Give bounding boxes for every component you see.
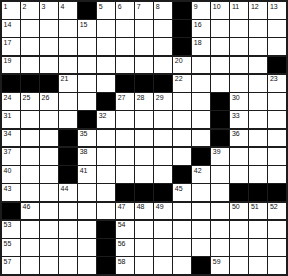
cell-r5c12[interactable] bbox=[211, 75, 229, 92]
clue-number: 19 bbox=[4, 57, 12, 64]
cell-r4c12[interactable] bbox=[211, 57, 229, 74]
cell-r11c10[interactable]: 45 bbox=[173, 184, 191, 201]
cell-r7c13[interactable]: 33 bbox=[230, 111, 248, 128]
cell-r4c11[interactable] bbox=[192, 57, 210, 74]
cell-r12c2[interactable]: 46 bbox=[21, 203, 39, 220]
cell-r13c12[interactable] bbox=[211, 221, 229, 238]
cell-r9c3[interactable] bbox=[40, 148, 58, 165]
cell-r13c1[interactable]: 53 bbox=[2, 221, 20, 238]
black-cell-r13c6 bbox=[97, 221, 115, 238]
cell-r4c14[interactable] bbox=[249, 57, 267, 74]
cell-r1c6[interactable]: 5 bbox=[97, 2, 115, 19]
cell-r9c13[interactable] bbox=[230, 148, 248, 165]
cell-r3c4[interactable] bbox=[59, 38, 77, 55]
cell-r4c3[interactable] bbox=[40, 57, 58, 74]
cell-r1c9[interactable]: 8 bbox=[154, 2, 172, 19]
cell-r12c12[interactable] bbox=[211, 203, 229, 220]
clue-number: 50 bbox=[232, 203, 240, 210]
cell-r10c11[interactable]: 42 bbox=[192, 166, 210, 183]
clue-number: 58 bbox=[118, 258, 126, 265]
cell-r4c9[interactable] bbox=[154, 57, 172, 74]
black-cell-r8c4 bbox=[59, 130, 77, 147]
cell-r9c14[interactable] bbox=[249, 148, 267, 165]
clue-number: 6 bbox=[118, 3, 122, 10]
clue-number: 30 bbox=[232, 94, 240, 101]
black-cell-r5c3 bbox=[40, 75, 58, 92]
cell-r14c13[interactable] bbox=[230, 239, 248, 256]
cell-r13c2[interactable] bbox=[21, 221, 39, 238]
cell-r12c9[interactable]: 49 bbox=[154, 203, 172, 220]
cell-r8c5[interactable]: 35 bbox=[78, 130, 96, 147]
black-cell-r11c9 bbox=[154, 184, 172, 201]
cell-r2c8[interactable] bbox=[135, 20, 153, 37]
cell-r14c2[interactable] bbox=[21, 239, 39, 256]
cell-r3c2[interactable] bbox=[21, 38, 39, 55]
cell-r8c10[interactable] bbox=[173, 130, 191, 147]
cell-r15c14[interactable] bbox=[249, 257, 267, 274]
clue-number: 51 bbox=[251, 203, 259, 210]
cell-r3c5[interactable] bbox=[78, 38, 96, 55]
cell-r3c1[interactable]: 17 bbox=[2, 38, 20, 55]
cell-r11c11[interactable] bbox=[192, 184, 210, 201]
cell-r14c8[interactable] bbox=[135, 239, 153, 256]
clue-number: 23 bbox=[270, 75, 278, 82]
clue-number: 48 bbox=[137, 203, 145, 210]
cell-r4c8[interactable] bbox=[135, 57, 153, 74]
cell-r12c6[interactable] bbox=[97, 203, 115, 220]
cell-r4c2[interactable] bbox=[21, 57, 39, 74]
cell-r14c11[interactable] bbox=[192, 239, 210, 256]
cell-r11c3[interactable] bbox=[40, 184, 58, 201]
clue-number: 55 bbox=[4, 240, 12, 247]
cell-r8c3[interactable] bbox=[40, 130, 58, 147]
black-cell-r11c8 bbox=[135, 184, 153, 201]
cell-r15c3[interactable] bbox=[40, 257, 58, 274]
cell-r10c2[interactable] bbox=[21, 166, 39, 183]
cell-r3c14[interactable] bbox=[249, 38, 267, 55]
cell-r6c15[interactable] bbox=[268, 93, 286, 110]
cell-r13c9[interactable] bbox=[154, 221, 172, 238]
clue-number: 44 bbox=[61, 185, 69, 192]
cell-r15c5[interactable] bbox=[78, 257, 96, 274]
clue-number: 42 bbox=[194, 167, 202, 174]
cell-r6c4[interactable] bbox=[59, 93, 77, 110]
cell-r2c11[interactable]: 16 bbox=[192, 20, 210, 37]
cell-r14c5[interactable] bbox=[78, 239, 96, 256]
black-cell-r9c4 bbox=[59, 148, 77, 165]
black-cell-r6c12 bbox=[211, 93, 229, 110]
black-cell-r15c6 bbox=[97, 257, 115, 274]
black-cell-r4c15 bbox=[268, 57, 286, 74]
cell-r10c3[interactable] bbox=[40, 166, 58, 183]
cell-r6c10[interactable] bbox=[173, 93, 191, 110]
cell-r4c5[interactable] bbox=[78, 57, 96, 74]
cell-r5c14[interactable] bbox=[249, 75, 267, 92]
clue-number: 2 bbox=[23, 3, 27, 10]
clue-number: 20 bbox=[175, 57, 183, 64]
cell-r10c5[interactable]: 41 bbox=[78, 166, 96, 183]
cell-r2c9[interactable] bbox=[154, 20, 172, 37]
clue-number: 4 bbox=[61, 3, 65, 10]
cell-r8c1[interactable]: 34 bbox=[2, 130, 20, 147]
clue-number: 8 bbox=[156, 3, 160, 10]
cell-r6c5[interactable] bbox=[78, 93, 96, 110]
cell-r10c12[interactable] bbox=[211, 166, 229, 183]
cell-r3c6[interactable] bbox=[97, 38, 115, 55]
cell-r4c4[interactable] bbox=[59, 57, 77, 74]
clue-number: 52 bbox=[270, 203, 278, 210]
cell-r2c1[interactable]: 14 bbox=[2, 20, 20, 37]
clue-number: 47 bbox=[118, 203, 126, 210]
clue-number: 22 bbox=[175, 75, 183, 82]
clue-number: 9 bbox=[194, 3, 198, 10]
cell-r6c7[interactable]: 27 bbox=[116, 93, 134, 110]
cell-r7c6[interactable]: 32 bbox=[97, 111, 115, 128]
cell-r2c2[interactable] bbox=[21, 20, 39, 37]
clue-number: 25 bbox=[23, 94, 31, 101]
cell-r1c1[interactable]: 1 bbox=[2, 2, 20, 19]
clue-number: 53 bbox=[4, 221, 12, 228]
clue-number: 27 bbox=[118, 94, 126, 101]
cell-r9c5[interactable]: 38 bbox=[78, 148, 96, 165]
clue-number: 32 bbox=[99, 112, 107, 119]
cell-r2c6[interactable] bbox=[97, 20, 115, 37]
cell-r1c3[interactable]: 3 bbox=[40, 2, 58, 19]
black-cell-r5c8 bbox=[135, 75, 153, 92]
cell-r10c7[interactable] bbox=[116, 166, 134, 183]
cell-r12c3[interactable] bbox=[40, 203, 58, 220]
black-cell-r11c13 bbox=[230, 184, 248, 201]
cell-r9c7[interactable] bbox=[116, 148, 134, 165]
cell-r11c1[interactable]: 43 bbox=[2, 184, 20, 201]
cell-r5c10[interactable]: 22 bbox=[173, 75, 191, 92]
cell-r3c15[interactable] bbox=[268, 38, 286, 55]
cell-r15c10[interactable] bbox=[173, 257, 191, 274]
clue-number: 49 bbox=[156, 203, 164, 210]
black-cell-r12c1 bbox=[2, 203, 20, 220]
cell-r10c14[interactable] bbox=[249, 166, 267, 183]
cell-r13c15[interactable] bbox=[268, 221, 286, 238]
black-cell-r5c7 bbox=[116, 75, 134, 92]
black-cell-r1c10 bbox=[173, 2, 191, 19]
cell-r10c15[interactable] bbox=[268, 166, 286, 183]
cell-r8c2[interactable] bbox=[21, 130, 39, 147]
cell-r8c6[interactable] bbox=[97, 130, 115, 147]
cell-r13c5[interactable] bbox=[78, 221, 96, 238]
cell-r14c4[interactable] bbox=[59, 239, 77, 256]
black-cell-r2c10 bbox=[173, 20, 191, 37]
black-cell-r9c11 bbox=[192, 148, 210, 165]
cell-r10c8[interactable] bbox=[135, 166, 153, 183]
cell-r5c5[interactable] bbox=[78, 75, 96, 92]
cell-r1c11[interactable]: 9 bbox=[192, 2, 210, 19]
clue-number: 40 bbox=[4, 167, 12, 174]
clue-number: 17 bbox=[4, 39, 12, 46]
cell-r3c3[interactable] bbox=[40, 38, 58, 55]
cell-r1c8[interactable]: 7 bbox=[135, 2, 153, 19]
clue-number: 46 bbox=[23, 203, 31, 210]
clue-number: 15 bbox=[80, 21, 88, 28]
cell-r15c8[interactable] bbox=[135, 257, 153, 274]
cell-r8c13[interactable]: 36 bbox=[230, 130, 248, 147]
cell-r9c15[interactable] bbox=[268, 148, 286, 165]
cell-r3c11[interactable]: 18 bbox=[192, 38, 210, 55]
cell-r8c8[interactable] bbox=[135, 130, 153, 147]
cell-r14c15[interactable] bbox=[268, 239, 286, 256]
black-cell-r6c6 bbox=[97, 93, 115, 110]
cell-r9c12[interactable]: 39 bbox=[211, 148, 229, 165]
clue-number: 10 bbox=[213, 3, 221, 10]
cell-r9c2[interactable] bbox=[21, 148, 39, 165]
cell-r6c9[interactable]: 29 bbox=[154, 93, 172, 110]
cell-r11c4[interactable]: 44 bbox=[59, 184, 77, 201]
cell-r3c7[interactable] bbox=[116, 38, 134, 55]
cell-r5c11[interactable] bbox=[192, 75, 210, 92]
cell-r4c1[interactable]: 19 bbox=[2, 57, 20, 74]
cell-r9c1[interactable]: 37 bbox=[2, 148, 20, 165]
cell-r1c4[interactable]: 4 bbox=[59, 2, 77, 19]
clue-number: 33 bbox=[232, 112, 240, 119]
clue-number: 36 bbox=[232, 130, 240, 137]
cell-r10c9[interactable] bbox=[154, 166, 172, 183]
cell-r2c15[interactable] bbox=[268, 20, 286, 37]
cell-r7c15[interactable] bbox=[268, 111, 286, 128]
cell-r11c5[interactable] bbox=[78, 184, 96, 201]
black-cell-r10c10 bbox=[173, 166, 191, 183]
cell-r11c12[interactable] bbox=[211, 184, 229, 201]
cell-r6c3[interactable]: 26 bbox=[40, 93, 58, 110]
cell-r2c5[interactable]: 15 bbox=[78, 20, 96, 37]
cell-r3c8[interactable] bbox=[135, 38, 153, 55]
cell-r15c4[interactable] bbox=[59, 257, 77, 274]
cell-r6c2[interactable]: 25 bbox=[21, 93, 39, 110]
cell-r12c14[interactable]: 51 bbox=[249, 203, 267, 220]
cell-r12c13[interactable]: 50 bbox=[230, 203, 248, 220]
cell-r13c14[interactable] bbox=[249, 221, 267, 238]
cell-r11c6[interactable] bbox=[97, 184, 115, 201]
cell-r15c12[interactable]: 59 bbox=[211, 257, 229, 274]
cell-r13c3[interactable] bbox=[40, 221, 58, 238]
cell-r7c2[interactable] bbox=[21, 111, 39, 128]
cell-r12c10[interactable] bbox=[173, 203, 191, 220]
cell-r6c13[interactable]: 30 bbox=[230, 93, 248, 110]
clue-number: 18 bbox=[194, 39, 202, 46]
cell-r6c14[interactable] bbox=[249, 93, 267, 110]
cell-r2c13[interactable] bbox=[230, 20, 248, 37]
cell-r8c14[interactable] bbox=[249, 130, 267, 147]
black-cell-r5c9 bbox=[154, 75, 172, 92]
clue-number: 41 bbox=[80, 167, 88, 174]
cell-r1c15[interactable]: 13 bbox=[268, 2, 286, 19]
cell-r6c8[interactable]: 28 bbox=[135, 93, 153, 110]
cell-r12c7[interactable]: 47 bbox=[116, 203, 134, 220]
cell-r13c13[interactable] bbox=[230, 221, 248, 238]
clue-number: 43 bbox=[4, 185, 12, 192]
cell-r9c6[interactable] bbox=[97, 148, 115, 165]
cell-r14c7[interactable]: 56 bbox=[116, 239, 134, 256]
cell-r5c13[interactable] bbox=[230, 75, 248, 92]
crossword-grid: 1234567891011121314151617181920212223242… bbox=[0, 0, 288, 276]
black-cell-r10c4 bbox=[59, 166, 77, 183]
clue-number: 24 bbox=[4, 94, 12, 101]
cell-r13c4[interactable] bbox=[59, 221, 77, 238]
clue-number: 56 bbox=[118, 240, 126, 247]
black-cell-r5c1 bbox=[2, 75, 20, 92]
cell-r7c8[interactable] bbox=[135, 111, 153, 128]
cell-r12c5[interactable] bbox=[78, 203, 96, 220]
clue-number: 16 bbox=[194, 21, 202, 28]
cell-r14c1[interactable]: 55 bbox=[2, 239, 20, 256]
clue-number: 1 bbox=[4, 3, 8, 10]
black-cell-r3c10 bbox=[173, 38, 191, 55]
black-cell-r5c2 bbox=[21, 75, 39, 92]
black-cell-r15c11 bbox=[192, 257, 210, 274]
clue-number: 28 bbox=[137, 94, 145, 101]
cell-r8c11[interactable] bbox=[192, 130, 210, 147]
clue-number: 37 bbox=[4, 148, 12, 155]
cell-r4c10[interactable]: 20 bbox=[173, 57, 191, 74]
cell-r9c8[interactable] bbox=[135, 148, 153, 165]
clue-number: 35 bbox=[80, 130, 88, 137]
cell-r7c3[interactable] bbox=[40, 111, 58, 128]
cell-r8c15[interactable] bbox=[268, 130, 286, 147]
cell-r12c15[interactable]: 52 bbox=[268, 203, 286, 220]
cell-r15c9[interactable] bbox=[154, 257, 172, 274]
cell-r13c11[interactable] bbox=[192, 221, 210, 238]
clue-number: 59 bbox=[213, 258, 221, 265]
cell-r15c15[interactable] bbox=[268, 257, 286, 274]
cell-r9c10[interactable] bbox=[173, 148, 191, 165]
cell-r2c7[interactable] bbox=[116, 20, 134, 37]
clue-number: 5 bbox=[99, 3, 103, 10]
cell-r12c4[interactable] bbox=[59, 203, 77, 220]
cell-r2c4[interactable] bbox=[59, 20, 77, 37]
cell-r1c7[interactable]: 6 bbox=[116, 2, 134, 19]
cell-r6c11[interactable] bbox=[192, 93, 210, 110]
cell-r7c11[interactable] bbox=[192, 111, 210, 128]
cell-r1c13[interactable]: 11 bbox=[230, 2, 248, 19]
cell-r8c9[interactable] bbox=[154, 130, 172, 147]
cell-r14c3[interactable] bbox=[40, 239, 58, 256]
black-cell-r14c6 bbox=[97, 239, 115, 256]
clue-number: 38 bbox=[80, 148, 88, 155]
cell-r14c10[interactable] bbox=[173, 239, 191, 256]
cell-r10c13[interactable] bbox=[230, 166, 248, 183]
cell-r13c10[interactable] bbox=[173, 221, 191, 238]
clue-number: 26 bbox=[42, 94, 50, 101]
black-cell-r1c5 bbox=[78, 2, 96, 19]
cell-r14c9[interactable] bbox=[154, 239, 172, 256]
cell-r4c6[interactable] bbox=[97, 57, 115, 74]
black-cell-r7c5 bbox=[78, 111, 96, 128]
clue-number: 14 bbox=[4, 21, 12, 28]
cell-r15c7[interactable]: 58 bbox=[116, 257, 134, 274]
cell-r5c4[interactable]: 21 bbox=[59, 75, 77, 92]
cell-r12c8[interactable]: 48 bbox=[135, 203, 153, 220]
clue-number: 3 bbox=[42, 3, 46, 10]
clue-number: 11 bbox=[232, 3, 239, 10]
cell-r1c2[interactable]: 2 bbox=[21, 2, 39, 19]
cell-r5c6[interactable] bbox=[97, 75, 115, 92]
cell-r11c2[interactable] bbox=[21, 184, 39, 201]
clue-number: 12 bbox=[251, 3, 259, 10]
black-cell-r8c12 bbox=[211, 130, 229, 147]
cell-r9c9[interactable] bbox=[154, 148, 172, 165]
cell-r7c14[interactable] bbox=[249, 111, 267, 128]
cell-r7c1[interactable]: 31 bbox=[2, 111, 20, 128]
black-cell-r11c15 bbox=[268, 184, 286, 201]
cell-r10c6[interactable] bbox=[97, 166, 115, 183]
black-cell-r11c14 bbox=[249, 184, 267, 201]
clue-number: 57 bbox=[4, 258, 12, 265]
cell-r4c7[interactable] bbox=[116, 57, 134, 74]
clue-number: 45 bbox=[175, 185, 183, 192]
clue-number: 21 bbox=[61, 75, 69, 82]
cell-r13c7[interactable]: 54 bbox=[116, 221, 134, 238]
clue-number: 31 bbox=[4, 112, 12, 119]
cell-r15c1[interactable]: 57 bbox=[2, 257, 20, 274]
cell-r15c13[interactable] bbox=[230, 257, 248, 274]
black-cell-r7c12 bbox=[211, 111, 229, 128]
cell-r7c9[interactable] bbox=[154, 111, 172, 128]
cell-r2c3[interactable] bbox=[40, 20, 58, 37]
cell-r2c14[interactable] bbox=[249, 20, 267, 37]
cell-r12c11[interactable] bbox=[192, 203, 210, 220]
cell-r8c7[interactable] bbox=[116, 130, 134, 147]
clue-number: 39 bbox=[213, 148, 221, 155]
black-cell-r11c7 bbox=[116, 184, 134, 201]
cell-r13c8[interactable] bbox=[135, 221, 153, 238]
clue-number: 34 bbox=[4, 130, 12, 137]
clue-number: 13 bbox=[270, 3, 278, 10]
cell-r5c15[interactable]: 23 bbox=[268, 75, 286, 92]
cell-r1c12[interactable]: 10 bbox=[211, 2, 229, 19]
clue-number: 54 bbox=[118, 221, 126, 228]
clue-number: 29 bbox=[156, 94, 164, 101]
cell-r7c4[interactable] bbox=[59, 111, 77, 128]
cell-r14c14[interactable] bbox=[249, 239, 267, 256]
cell-r14c12[interactable] bbox=[211, 239, 229, 256]
cell-r10c1[interactable]: 40 bbox=[2, 166, 20, 183]
cell-r7c10[interactable] bbox=[173, 111, 191, 128]
cell-r6c1[interactable]: 24 bbox=[2, 93, 20, 110]
cell-r1c14[interactable]: 12 bbox=[249, 2, 267, 19]
cell-r7c7[interactable] bbox=[116, 111, 134, 128]
cell-r3c12[interactable] bbox=[211, 38, 229, 55]
cell-r15c2[interactable] bbox=[21, 257, 39, 274]
cell-r2c12[interactable] bbox=[211, 20, 229, 37]
cell-r3c13[interactable] bbox=[230, 38, 248, 55]
cell-r4c13[interactable] bbox=[230, 57, 248, 74]
clue-number: 7 bbox=[137, 3, 141, 10]
cell-r3c9[interactable] bbox=[154, 38, 172, 55]
